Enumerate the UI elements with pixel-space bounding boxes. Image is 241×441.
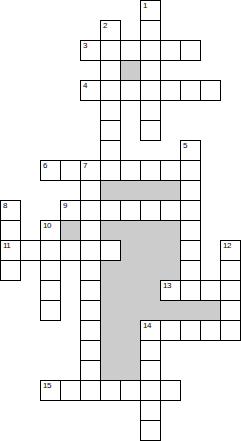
answer-cell[interactable]: [60, 380, 81, 401]
shaded-cell: [140, 180, 161, 201]
answer-cell[interactable]: [140, 380, 161, 401]
shaded-cell: [120, 360, 141, 381]
clue-number: 14: [143, 322, 151, 329]
answer-cell[interactable]: [180, 40, 201, 61]
answer-cell[interactable]: [220, 260, 241, 281]
answer-cell[interactable]: [140, 20, 161, 41]
answer-cell[interactable]: [120, 380, 141, 401]
answer-cell[interactable]: [140, 120, 161, 141]
answer-cell[interactable]: [80, 240, 101, 261]
clue-number: 12: [223, 242, 231, 249]
answer-cell[interactable]: 3: [80, 40, 101, 61]
answer-cell[interactable]: [160, 80, 181, 101]
answer-cell[interactable]: [100, 60, 121, 81]
answer-cell[interactable]: [80, 300, 101, 321]
clue-number: 10: [43, 222, 51, 229]
answer-cell[interactable]: 15: [40, 380, 61, 401]
answer-cell[interactable]: [80, 280, 101, 301]
shaded-cell: [160, 220, 181, 241]
answer-cell[interactable]: [100, 200, 121, 221]
answer-cell[interactable]: [120, 40, 141, 61]
answer-cell[interactable]: [140, 340, 161, 361]
answer-cell[interactable]: 5: [180, 140, 201, 161]
answer-cell[interactable]: [220, 300, 241, 321]
clue-number: 4: [83, 82, 87, 89]
clue-number: 13: [163, 282, 171, 289]
answer-cell[interactable]: [180, 80, 201, 101]
answer-cell[interactable]: 4: [80, 80, 101, 101]
answer-cell[interactable]: [180, 280, 201, 301]
clue-number: 6: [43, 162, 47, 169]
shaded-cell: [100, 320, 121, 341]
answer-cell[interactable]: [180, 320, 201, 341]
answer-cell[interactable]: [200, 80, 221, 101]
answer-cell[interactable]: [80, 200, 101, 221]
answer-cell[interactable]: [180, 160, 201, 181]
answer-cell[interactable]: 8: [0, 200, 21, 221]
answer-cell[interactable]: [40, 240, 61, 261]
answer-cell[interactable]: [100, 140, 121, 161]
shaded-cell: [100, 280, 121, 301]
answer-cell[interactable]: [140, 420, 161, 441]
answer-cell[interactable]: [120, 160, 141, 181]
shaded-cell: [120, 320, 141, 341]
shaded-cell: [140, 300, 161, 321]
answer-cell[interactable]: [140, 100, 161, 121]
answer-cell[interactable]: [140, 160, 161, 181]
shaded-cell: [100, 300, 121, 321]
shaded-cell: [120, 180, 141, 201]
answer-cell[interactable]: [140, 60, 161, 81]
answer-cell[interactable]: [160, 160, 181, 181]
answer-cell[interactable]: [180, 220, 201, 241]
shaded-cell: [120, 260, 141, 281]
answer-cell[interactable]: [60, 160, 81, 181]
shaded-cell: [140, 220, 161, 241]
answer-cell[interactable]: [200, 280, 221, 301]
answer-cell[interactable]: [140, 400, 161, 421]
answer-cell[interactable]: [100, 40, 121, 61]
shaded-cell: [140, 240, 161, 261]
answer-cell[interactable]: [20, 240, 41, 261]
shaded-cell: [160, 260, 181, 281]
shaded-cell: [120, 60, 141, 81]
shaded-cell: [120, 280, 141, 301]
answer-cell[interactable]: [160, 380, 181, 401]
answer-cell[interactable]: [100, 380, 121, 401]
answer-cell[interactable]: [60, 240, 81, 261]
answer-cell[interactable]: [200, 320, 221, 341]
shaded-cell: [200, 300, 221, 321]
answer-cell[interactable]: [120, 200, 141, 221]
answer-cell[interactable]: 6: [40, 160, 61, 181]
answer-cell[interactable]: [80, 380, 101, 401]
answer-cell[interactable]: [180, 240, 201, 261]
answer-cell[interactable]: 13: [160, 280, 181, 301]
answer-cell[interactable]: [140, 80, 161, 101]
answer-cell[interactable]: [180, 180, 201, 201]
clue-number: 8: [3, 202, 7, 209]
crossword-grid: 123456789101112131415: [0, 0, 241, 441]
shaded-cell: [100, 360, 121, 381]
answer-cell[interactable]: 11: [0, 240, 21, 261]
answer-cell[interactable]: [80, 320, 101, 341]
answer-cell[interactable]: [40, 300, 61, 321]
answer-cell[interactable]: [0, 220, 21, 241]
clue-number: 11: [3, 242, 10, 249]
shaded-cell: [100, 260, 121, 281]
answer-cell[interactable]: [0, 260, 21, 281]
answer-cell[interactable]: [100, 160, 121, 181]
shaded-cell: [160, 300, 181, 321]
answer-cell[interactable]: [80, 360, 101, 381]
shaded-cell: [180, 300, 201, 321]
shaded-cell: [100, 340, 121, 361]
answer-cell[interactable]: 9: [60, 200, 81, 221]
answer-cell[interactable]: [40, 280, 61, 301]
shaded-cell: [100, 180, 121, 201]
answer-cell[interactable]: [100, 240, 121, 261]
answer-cell[interactable]: 7: [80, 160, 101, 181]
answer-cell[interactable]: [220, 280, 241, 301]
shaded-cell: [60, 220, 81, 241]
answer-cell[interactable]: [80, 260, 101, 281]
shaded-cell: [120, 220, 141, 241]
answer-cell[interactable]: [100, 120, 121, 141]
clue-number: 7: [83, 162, 87, 169]
shaded-cell: [100, 220, 121, 241]
answer-cell[interactable]: 10: [40, 220, 61, 241]
answer-cell[interactable]: [100, 80, 121, 101]
shaded-cell: [160, 240, 181, 261]
answer-cell[interactable]: [140, 40, 161, 61]
clue-number: 2: [103, 22, 107, 29]
shaded-cell: [120, 240, 141, 261]
shaded-cell: [160, 180, 181, 201]
clue-number: 15: [43, 382, 51, 389]
clue-number: 9: [63, 202, 67, 209]
answer-cell[interactable]: 2: [100, 20, 121, 41]
answer-cell[interactable]: [220, 320, 241, 341]
shaded-cell: [120, 340, 141, 361]
answer-cell[interactable]: [140, 200, 161, 221]
shaded-cell: [120, 300, 141, 321]
shaded-cell: [140, 280, 161, 301]
answer-cell[interactable]: 1: [140, 0, 161, 21]
answer-cell[interactable]: 14: [140, 320, 161, 341]
clue-number: 1: [143, 2, 147, 9]
shaded-cell: [140, 260, 161, 281]
answer-cell[interactable]: [80, 180, 101, 201]
answer-cell[interactable]: [160, 40, 181, 61]
clue-number: 3: [83, 42, 87, 49]
answer-cell[interactable]: [80, 340, 101, 361]
answer-cell[interactable]: [40, 260, 61, 281]
answer-cell[interactable]: [180, 200, 201, 221]
answer-cell[interactable]: 12: [220, 240, 241, 261]
clue-number: 5: [183, 142, 187, 149]
answer-cell[interactable]: [80, 220, 101, 241]
answer-cell[interactable]: [180, 260, 201, 281]
answer-cell[interactable]: [140, 360, 161, 381]
answer-cell[interactable]: [100, 100, 121, 121]
answer-cell[interactable]: [160, 200, 181, 221]
answer-cell[interactable]: [120, 80, 141, 101]
answer-cell[interactable]: [160, 320, 181, 341]
